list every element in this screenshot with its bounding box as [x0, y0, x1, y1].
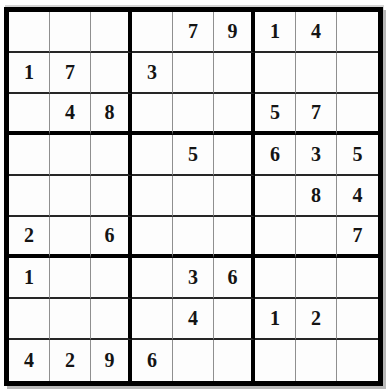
cell-r4c5[interactable]: 5 [173, 135, 214, 176]
cell-r5c5[interactable] [173, 176, 214, 217]
cell-r1c8[interactable]: 4 [296, 12, 337, 53]
cell-r4c7[interactable]: 6 [255, 135, 296, 176]
cell-r8c7[interactable]: 1 [255, 299, 296, 340]
cell-r2c9[interactable] [337, 53, 378, 94]
cell-r5c3[interactable] [91, 176, 132, 217]
cell-r9c5[interactable] [173, 340, 214, 381]
cell-r2c2[interactable]: 7 [50, 53, 91, 94]
cell-r2c6[interactable] [214, 53, 255, 94]
cell-r6c1[interactable]: 2 [9, 217, 50, 258]
cell-r2c5[interactable] [173, 53, 214, 94]
cell-r1c2[interactable] [50, 12, 91, 53]
cell-r9c7[interactable] [255, 340, 296, 381]
cell-r3c2[interactable]: 4 [50, 94, 91, 135]
cell-r7c2[interactable] [50, 258, 91, 299]
cell-r8c5[interactable]: 4 [173, 299, 214, 340]
cell-r3c1[interactable] [9, 94, 50, 135]
cell-r8c8[interactable]: 2 [296, 299, 337, 340]
cell-r8c3[interactable] [91, 299, 132, 340]
cell-r5c7[interactable] [255, 176, 296, 217]
cell-r3c6[interactable] [214, 94, 255, 135]
cell-r7c3[interactable] [91, 258, 132, 299]
cell-r4c1[interactable] [9, 135, 50, 176]
cell-r1c4[interactable] [132, 12, 173, 53]
cell-r5c4[interactable] [132, 176, 173, 217]
cell-r3c7[interactable]: 5 [255, 94, 296, 135]
cell-r2c1[interactable]: 1 [9, 53, 50, 94]
cell-r3c8[interactable]: 7 [296, 94, 337, 135]
cell-r1c3[interactable] [91, 12, 132, 53]
cell-r5c6[interactable] [214, 176, 255, 217]
sudoku-page: 791417348575635842671364124296 [0, 0, 386, 391]
cell-r4c4[interactable] [132, 135, 173, 176]
cell-r4c9[interactable]: 5 [337, 135, 378, 176]
cell-r4c3[interactable] [91, 135, 132, 176]
cell-r7c1[interactable]: 1 [9, 258, 50, 299]
cell-r1c1[interactable] [9, 12, 50, 53]
cell-r2c7[interactable] [255, 53, 296, 94]
cell-r9c1[interactable]: 4 [9, 340, 50, 381]
cell-r5c1[interactable] [9, 176, 50, 217]
cell-r6c3[interactable]: 6 [91, 217, 132, 258]
cell-r7c9[interactable] [337, 258, 378, 299]
cell-r7c4[interactable] [132, 258, 173, 299]
cell-r4c6[interactable] [214, 135, 255, 176]
cell-r2c4[interactable]: 3 [132, 53, 173, 94]
cell-r1c7[interactable]: 1 [255, 12, 296, 53]
cell-r8c1[interactable] [9, 299, 50, 340]
cell-r4c2[interactable] [50, 135, 91, 176]
cell-r3c4[interactable] [132, 94, 173, 135]
cell-r3c9[interactable] [337, 94, 378, 135]
cell-r7c8[interactable] [296, 258, 337, 299]
cell-r6c2[interactable] [50, 217, 91, 258]
cell-r3c3[interactable]: 8 [91, 94, 132, 135]
cell-r8c2[interactable] [50, 299, 91, 340]
cell-r7c5[interactable]: 3 [173, 258, 214, 299]
cell-r1c9[interactable] [337, 12, 378, 53]
cell-r6c5[interactable] [173, 217, 214, 258]
cell-r6c9[interactable]: 7 [337, 217, 378, 258]
cell-r6c4[interactable] [132, 217, 173, 258]
cell-r2c8[interactable] [296, 53, 337, 94]
cell-r9c4[interactable]: 6 [132, 340, 173, 381]
cell-r6c8[interactable] [296, 217, 337, 258]
cell-r5c2[interactable] [50, 176, 91, 217]
cell-r1c5[interactable]: 7 [173, 12, 214, 53]
cell-r9c2[interactable]: 2 [50, 340, 91, 381]
cell-r5c9[interactable]: 4 [337, 176, 378, 217]
sudoku-board: 791417348575635842671364124296 [4, 7, 383, 386]
cell-r1c6[interactable]: 9 [214, 12, 255, 53]
cell-r8c6[interactable] [214, 299, 255, 340]
cell-r4c8[interactable]: 3 [296, 135, 337, 176]
cell-r9c3[interactable]: 9 [91, 340, 132, 381]
cell-r6c6[interactable] [214, 217, 255, 258]
cell-r7c7[interactable] [255, 258, 296, 299]
cell-r2c3[interactable] [91, 53, 132, 94]
cell-r3c5[interactable] [173, 94, 214, 135]
cell-r8c9[interactable] [337, 299, 378, 340]
cell-r7c6[interactable]: 6 [214, 258, 255, 299]
cell-r8c4[interactable] [132, 299, 173, 340]
cell-r6c7[interactable] [255, 217, 296, 258]
cell-r9c8[interactable] [296, 340, 337, 381]
cell-r9c6[interactable] [214, 340, 255, 381]
cell-r5c8[interactable]: 8 [296, 176, 337, 217]
